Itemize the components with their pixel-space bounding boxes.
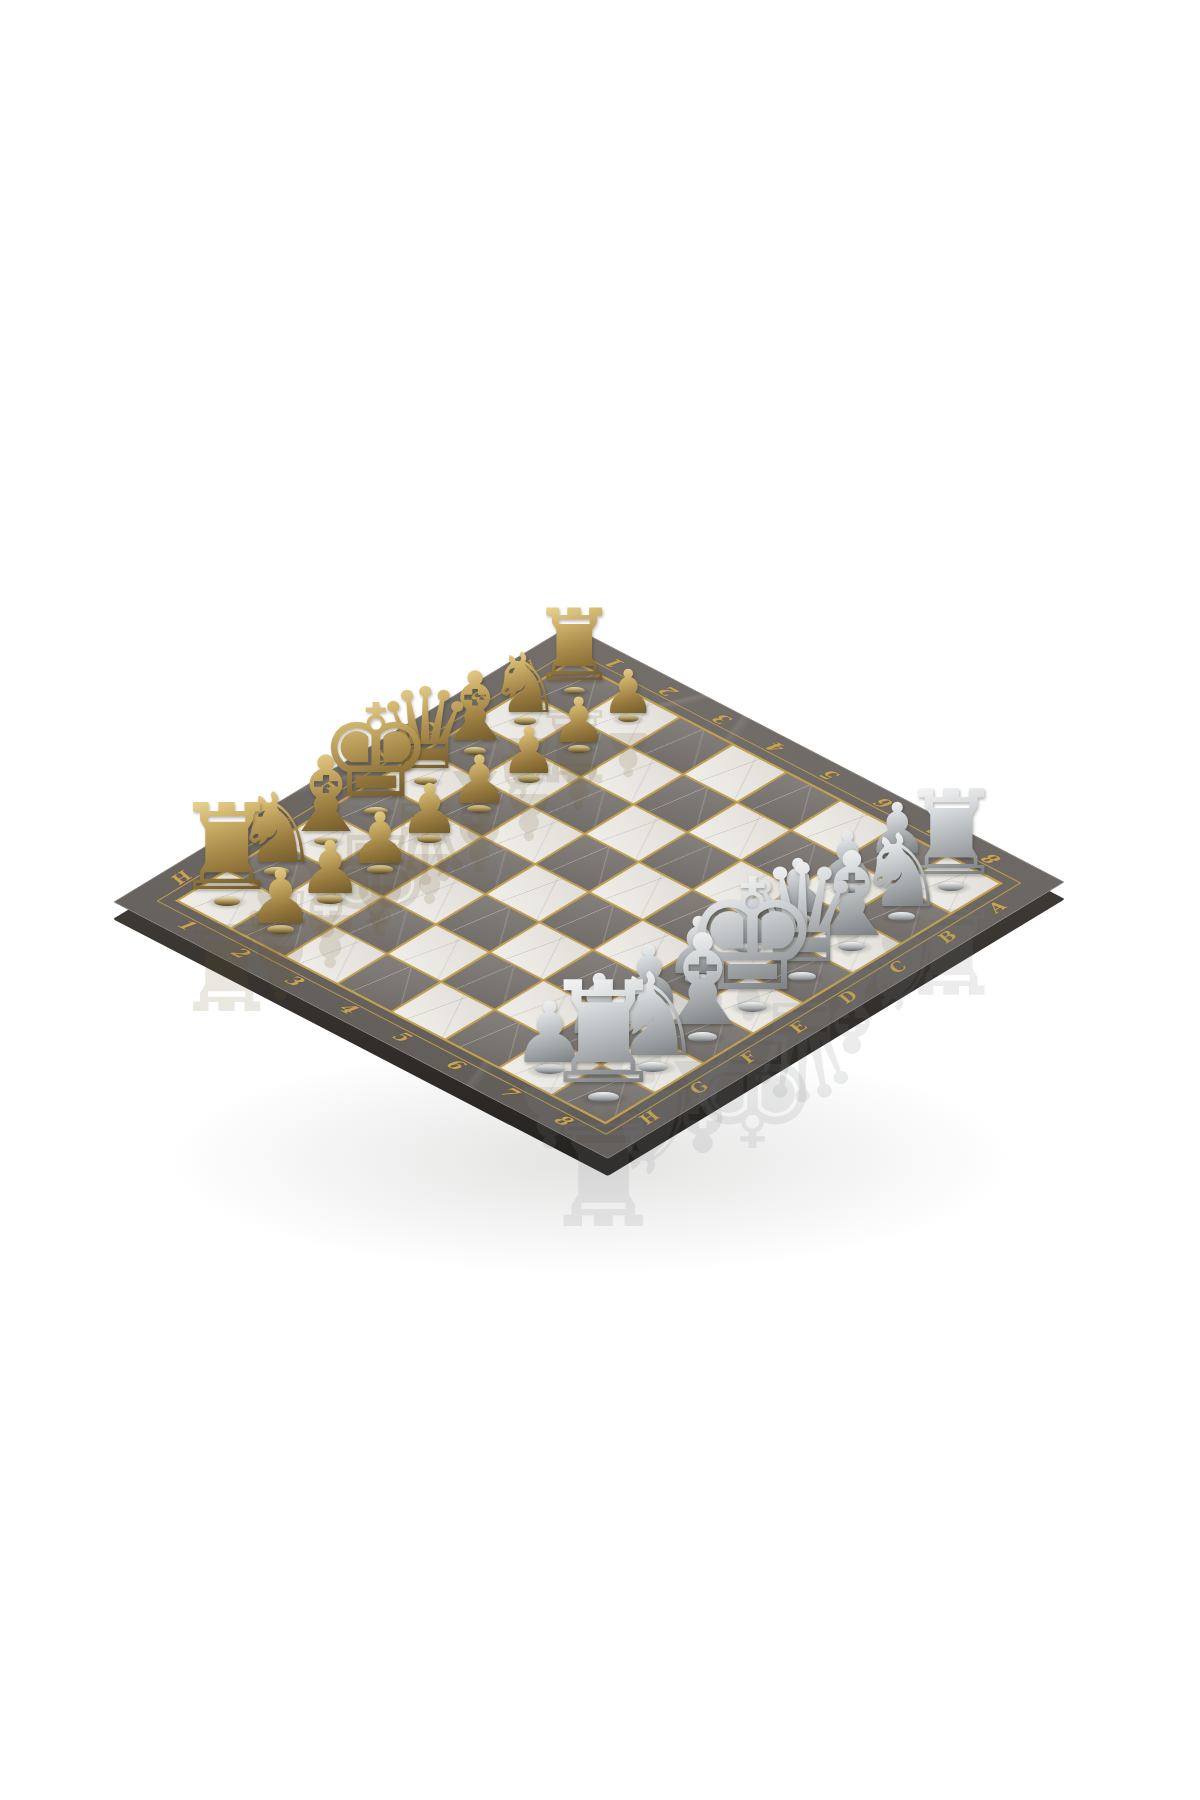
piece-glyph-p: ♟: [551, 691, 607, 754]
piece-reflection: ♜: [540, 1101, 667, 1242]
piece-reflection: ♟: [247, 934, 314, 1009]
piece-glyph-r: ♜: [540, 963, 667, 1104]
piece-reflection: ♟: [601, 723, 656, 784]
product-photo-scene: AABBCCDDEEFFGGHH1122334455667788 ♜♜♞♞♝♝♛…: [0, 0, 1200, 1800]
piece-glyph-p: ♟: [601, 662, 656, 723]
piece-glyph-p: ♟: [247, 860, 314, 935]
piece-reflection: ♟: [551, 753, 607, 816]
